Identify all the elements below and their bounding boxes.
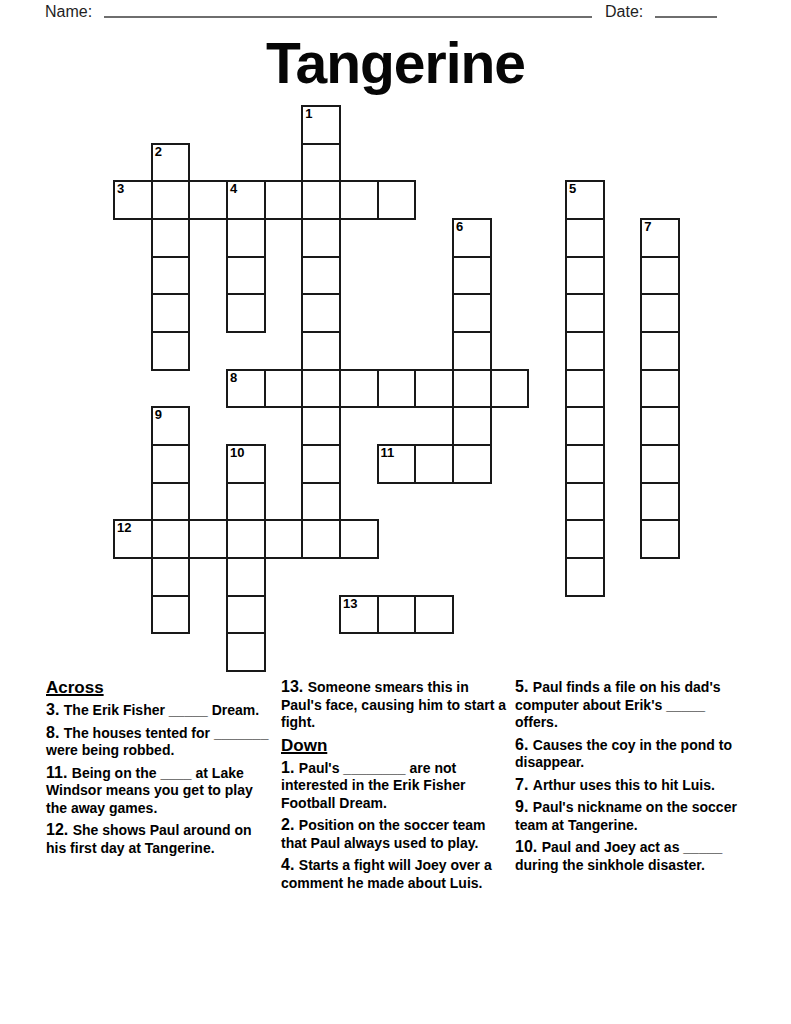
clue-10: 10. Paul and Joey act as _____ during th… [515, 838, 741, 874]
grid-cell-r11c14[interactable] [640, 519, 680, 559]
down-clues-header: Down [281, 736, 507, 756]
grid-cell-r13c7[interactable] [377, 595, 417, 635]
grid-cell-r7c14[interactable] [640, 369, 680, 409]
grid-cell-r4c1[interactable] [151, 256, 191, 296]
grid-cell-r2c1[interactable] [151, 180, 191, 220]
grid-cell-r5c9[interactable] [452, 293, 492, 333]
grid-cell-r3c14[interactable]: 7 [640, 218, 680, 258]
clue-number: 13. [281, 678, 308, 695]
grid-cell-r11c3[interactable] [226, 519, 266, 559]
grid-cell-r9c14[interactable] [640, 444, 680, 484]
grid-cell-r2c7[interactable] [377, 180, 417, 220]
cell-number: 12 [117, 521, 131, 535]
grid-cell-r3c1[interactable] [151, 218, 191, 258]
grid-cell-r2c4[interactable] [264, 180, 304, 220]
grid-cell-r2c12[interactable]: 5 [565, 180, 605, 220]
grid-cell-r3c3[interactable] [226, 218, 266, 258]
clue-12: 12. She shows Paul around on his first d… [46, 821, 272, 857]
name-label: Name: [45, 3, 92, 21]
grid-cell-r7c9[interactable] [452, 369, 492, 409]
grid-cell-r9c5[interactable] [301, 444, 341, 484]
grid-cell-r7c7[interactable] [377, 369, 417, 409]
grid-cell-r9c7[interactable]: 11 [377, 444, 417, 484]
grid-cell-r13c6[interactable]: 13 [339, 595, 379, 635]
clue-13: 13. Someone smears this in Paul's face, … [281, 678, 507, 732]
grid-cell-r8c1[interactable]: 9 [151, 406, 191, 446]
grid-cell-r10c3[interactable] [226, 482, 266, 522]
grid-cell-r13c8[interactable] [414, 595, 454, 635]
grid-cell-r7c6[interactable] [339, 369, 379, 409]
grid-cell-r2c5[interactable] [301, 180, 341, 220]
clue-number: 7. [515, 776, 533, 793]
grid-cell-r5c12[interactable] [565, 293, 605, 333]
cell-number: 9 [155, 408, 162, 422]
grid-cell-r4c9[interactable] [452, 256, 492, 296]
grid-cell-r10c12[interactable] [565, 482, 605, 522]
clue-6: 6. Causes the coy in the pond to disappe… [515, 736, 741, 772]
grid-cell-r7c3[interactable]: 8 [226, 369, 266, 409]
grid-cell-r2c6[interactable] [339, 180, 379, 220]
clue-number: 2. [281, 816, 299, 833]
cell-number: 5 [569, 182, 576, 196]
clue-number: 12. [46, 821, 73, 838]
grid-cell-r8c9[interactable] [452, 406, 492, 446]
grid-cell-r4c5[interactable] [301, 256, 341, 296]
grid-cell-r11c4[interactable] [264, 519, 304, 559]
crossword-grid: 12345678910111213 [114, 106, 680, 672]
clue-7: 7. Arthur uses this to hit Luis. [515, 776, 741, 795]
name-write-line [104, 16, 592, 18]
grid-cell-r2c2[interactable] [188, 180, 228, 220]
cell-number: 4 [230, 182, 237, 196]
grid-cell-r13c3[interactable] [226, 595, 266, 635]
cell-number: 8 [230, 371, 237, 385]
cell-number: 11 [381, 446, 395, 460]
grid-cell-r6c12[interactable] [565, 331, 605, 371]
grid-cell-r12c12[interactable] [565, 557, 605, 597]
grid-cell-r4c12[interactable] [565, 256, 605, 296]
clue-number: 5. [515, 678, 533, 695]
grid-cell-r11c0[interactable]: 12 [113, 519, 153, 559]
grid-cell-r10c14[interactable] [640, 482, 680, 522]
grid-cell-r12c1[interactable] [151, 557, 191, 597]
clue-column-left: Across3. The Erik Fisher _____ Dream.8. … [46, 678, 272, 861]
clue-number: 6. [515, 736, 533, 753]
grid-cell-r6c1[interactable] [151, 331, 191, 371]
grid-cell-r5c3[interactable] [226, 293, 266, 333]
grid-cell-r6c14[interactable] [640, 331, 680, 371]
grid-cell-r9c12[interactable] [565, 444, 605, 484]
grid-cell-r10c1[interactable] [151, 482, 191, 522]
cell-number: 6 [456, 220, 463, 234]
grid-cell-r2c0[interactable]: 3 [113, 180, 153, 220]
grid-cell-r5c14[interactable] [640, 293, 680, 333]
grid-cell-r10c5[interactable] [301, 482, 341, 522]
grid-cell-r9c8[interactable] [414, 444, 454, 484]
clue-number: 4. [281, 856, 299, 873]
clue-column-middle: 13. Someone smears this in Paul's face, … [281, 678, 507, 896]
clue-8: 8. The houses tented for _______ were be… [46, 724, 272, 760]
grid-cell-r1c5[interactable] [301, 143, 341, 183]
clue-number: 9. [515, 798, 533, 815]
clue-number: 1. [281, 759, 299, 776]
clue-2: 2. Position on the soccer team that Paul… [281, 816, 507, 852]
grid-cell-r14c3[interactable] [226, 632, 266, 672]
grid-cell-r1c1[interactable]: 2 [151, 143, 191, 183]
grid-cell-r8c5[interactable] [301, 406, 341, 446]
grid-cell-r11c6[interactable] [339, 519, 379, 559]
grid-cell-r7c8[interactable] [414, 369, 454, 409]
grid-cell-r12c3[interactable] [226, 557, 266, 597]
grid-cell-r2c3[interactable]: 4 [226, 180, 266, 220]
grid-cell-r11c12[interactable] [565, 519, 605, 559]
grid-cell-r8c14[interactable] [640, 406, 680, 446]
clue-9: 9. Paul's nickname on the soccer team at… [515, 798, 741, 834]
clue-column-right: 5. Paul finds a file on his dad's comput… [515, 678, 741, 878]
grid-cell-r13c1[interactable] [151, 595, 191, 635]
grid-cell-r7c5[interactable] [301, 369, 341, 409]
grid-cell-r7c4[interactable] [264, 369, 304, 409]
cell-number: 2 [155, 145, 162, 159]
grid-cell-r0c5[interactable]: 1 [301, 105, 341, 145]
cell-number: 7 [644, 220, 651, 234]
grid-cell-r9c3[interactable]: 10 [226, 444, 266, 484]
grid-cell-r3c9[interactable]: 6 [452, 218, 492, 258]
grid-cell-r8c12[interactable] [565, 406, 605, 446]
cell-number: 10 [230, 446, 244, 460]
across-clues-header: Across [46, 678, 272, 698]
grid-cell-r3c5[interactable] [301, 218, 341, 258]
grid-cell-r4c14[interactable] [640, 256, 680, 296]
grid-cell-r4c3[interactable] [226, 256, 266, 296]
clue-3: 3. The Erik Fisher _____ Dream. [46, 701, 272, 720]
grid-cell-r11c1[interactable] [151, 519, 191, 559]
grid-cell-r11c5[interactable] [301, 519, 341, 559]
grid-cell-r9c1[interactable] [151, 444, 191, 484]
clue-number: 10. [515, 838, 542, 855]
cell-number: 1 [305, 107, 312, 121]
cell-number: 13 [343, 597, 357, 611]
clue-5: 5. Paul finds a file on his dad's comput… [515, 678, 741, 732]
grid-cell-r11c2[interactable] [188, 519, 228, 559]
clue-number: 3. [46, 701, 64, 718]
date-write-line [655, 16, 717, 18]
clue-1: 1. Paul's ________ are not interested in… [281, 759, 507, 813]
clue-4: 4. Starts a fight will Joey over a comme… [281, 856, 507, 892]
clue-number: 8. [46, 724, 64, 741]
grid-cell-r6c5[interactable] [301, 331, 341, 371]
grid-cell-r5c1[interactable] [151, 293, 191, 333]
clue-11: 11. Being on the ____ at Lake Windsor me… [46, 764, 272, 818]
grid-cell-r3c12[interactable] [565, 218, 605, 258]
clue-number: 11. [46, 764, 72, 781]
grid-cell-r5c5[interactable] [301, 293, 341, 333]
grid-cell-r7c10[interactable] [490, 369, 530, 409]
date-label: Date: [605, 3, 643, 21]
grid-cell-r9c9[interactable] [452, 444, 492, 484]
cell-number: 3 [117, 182, 124, 196]
grid-cell-r6c9[interactable] [452, 331, 492, 371]
grid-cell-r7c12[interactable] [565, 369, 605, 409]
page-title: Tangerine [0, 33, 791, 93]
